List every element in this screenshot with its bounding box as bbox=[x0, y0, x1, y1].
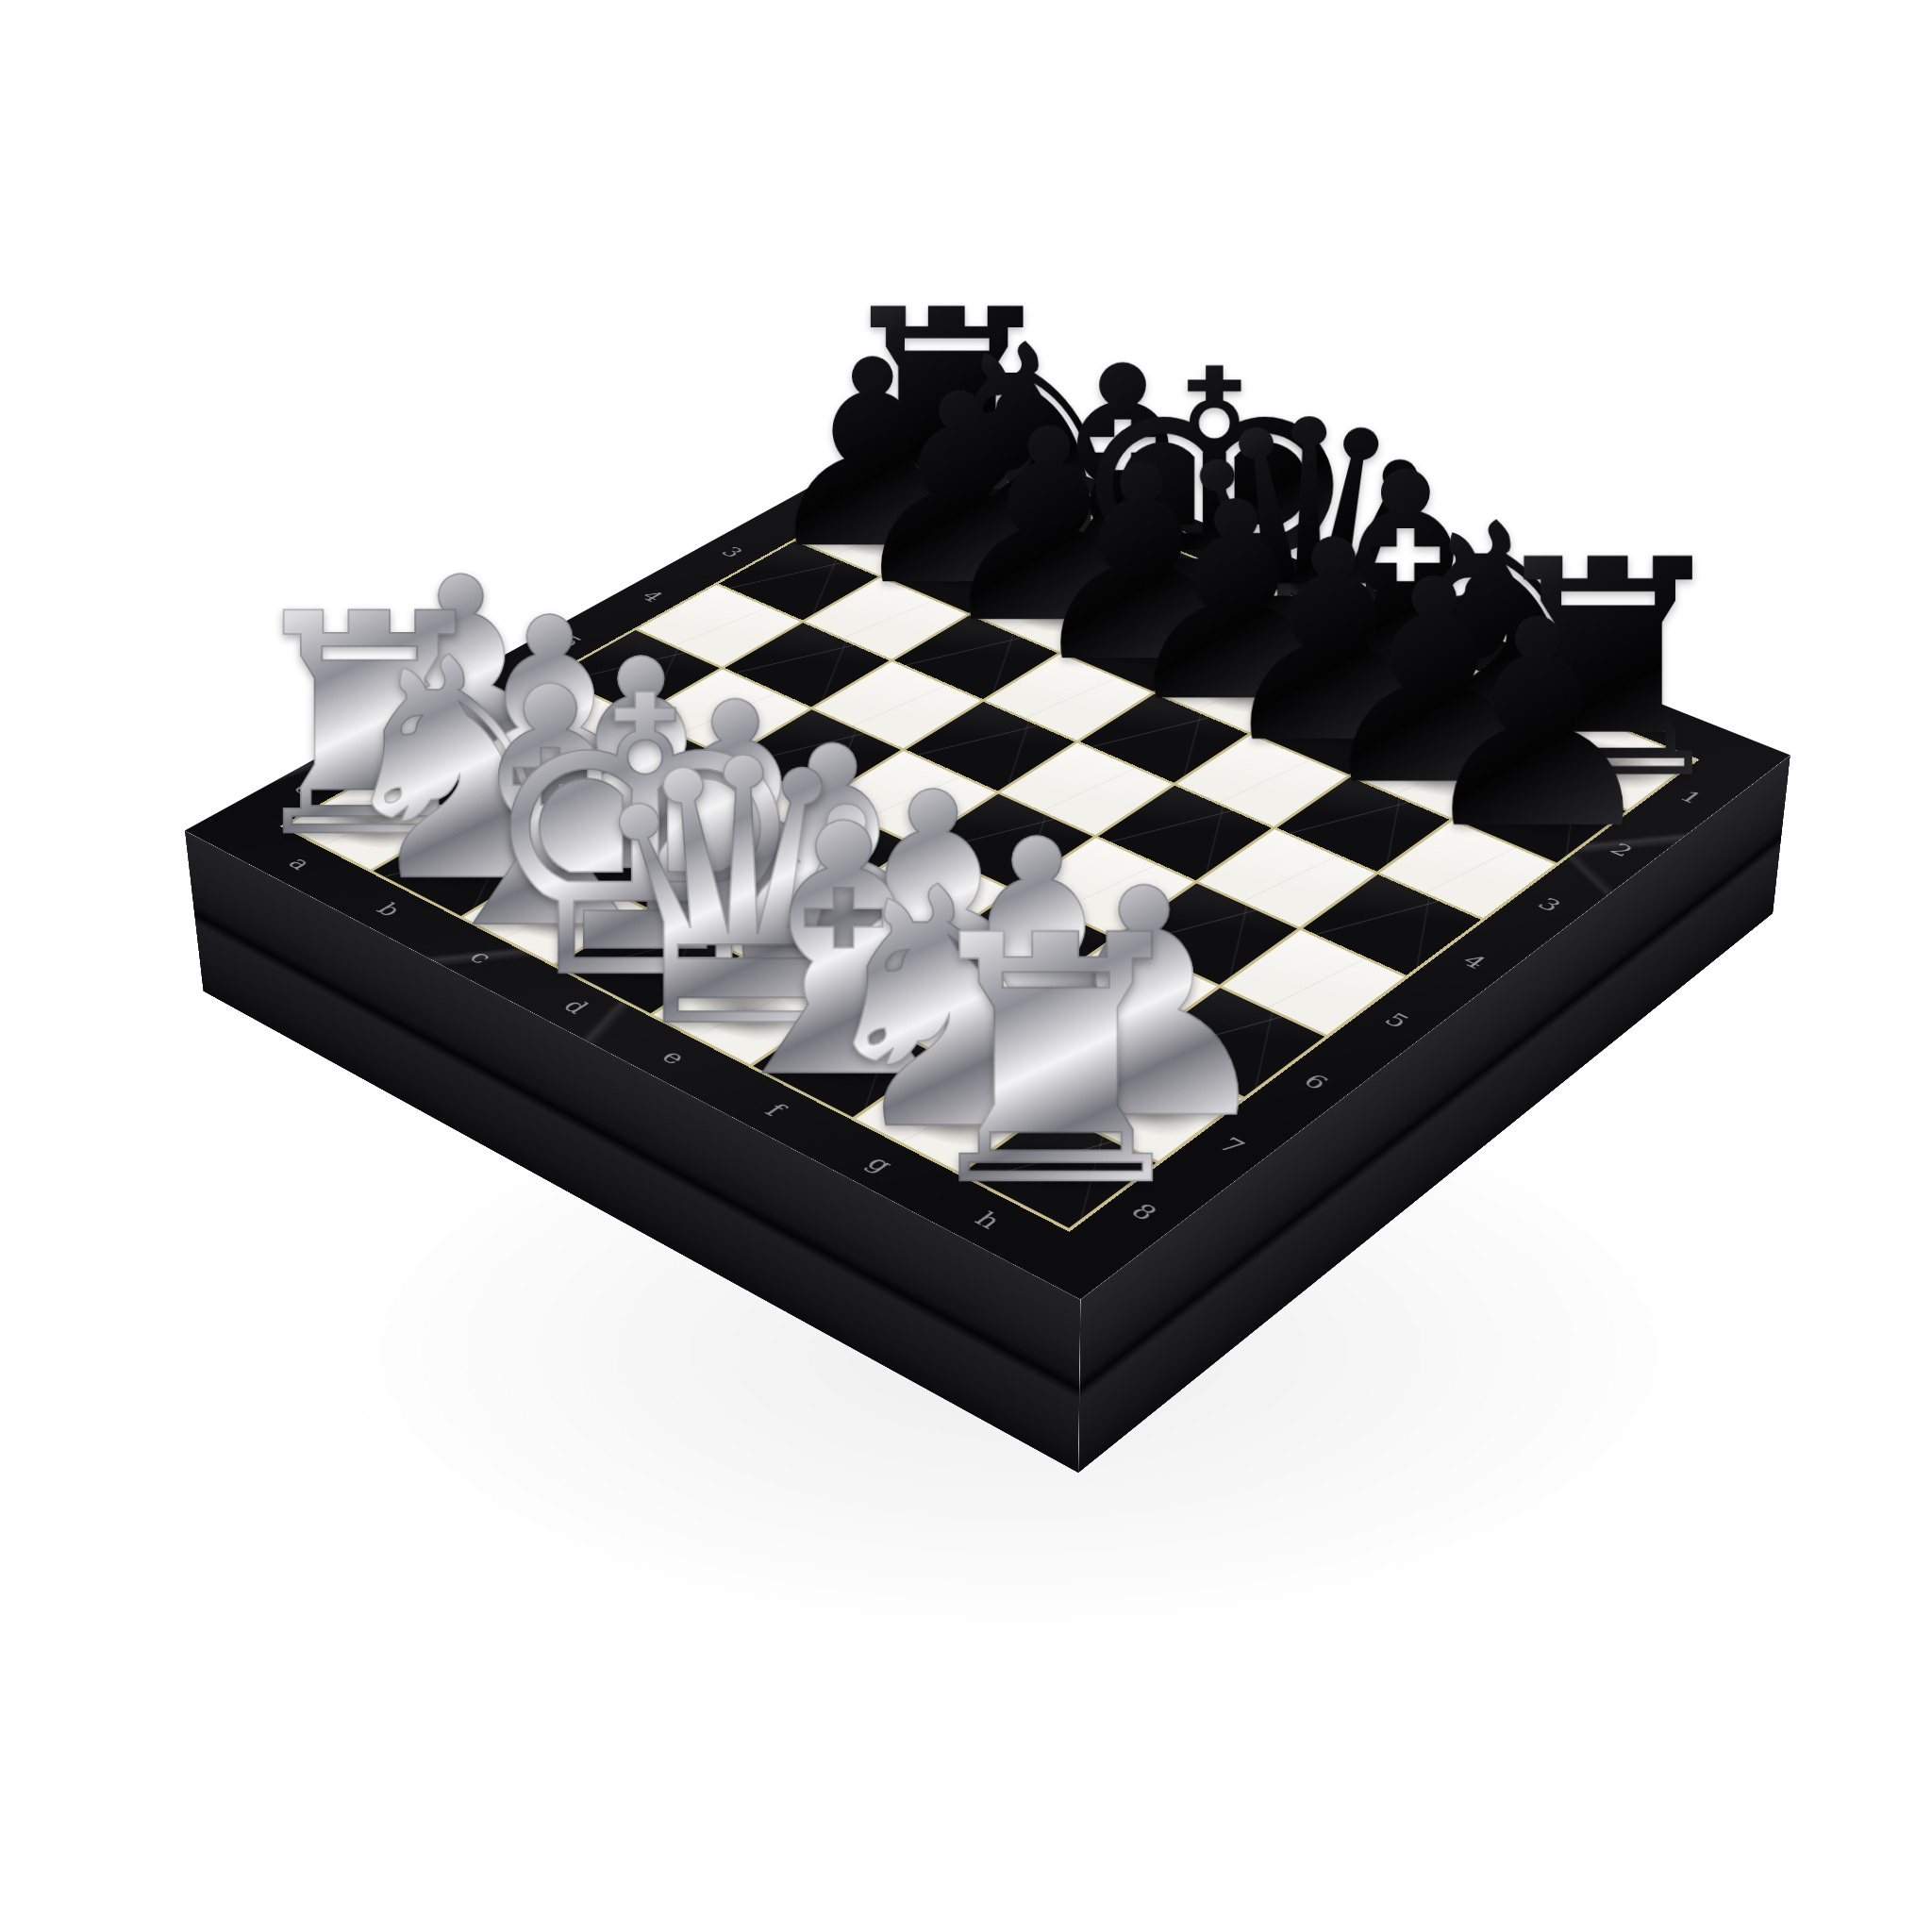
rank-label-right-8: 8 bbox=[1124, 1198, 1164, 1224]
rank-label-right-2: 2 bbox=[1606, 840, 1640, 860]
rank-label-right-5: 5 bbox=[1379, 1008, 1416, 1031]
perspective-stage: ♜♞♝♚♛♝♞♜♟♟♟♟♟♟♟♟♟♟♟♟♟♟♟♟♜♞♝♚♛♝♞♜ aabbccd… bbox=[0, 0, 1932, 1932]
chess-board: ♜♞♝♚♛♝♞♜♟♟♟♟♟♟♟♟♟♟♟♟♟♟♟♟♜♞♝♚♛♝♞♜ aabbccd… bbox=[185, 417, 1790, 1299]
rank-label-right-3: 3 bbox=[1533, 893, 1568, 915]
rank-label-left-3: 3 bbox=[716, 543, 749, 560]
rank-label-right-4: 4 bbox=[1457, 950, 1493, 973]
product-photo-scene: ♜♞♝♚♛♝♞♜♟♟♟♟♟♟♟♟♟♟♟♟♟♟♟♟♜♞♝♚♛♝♞♜ aabbccd… bbox=[0, 0, 1932, 1932]
file-label-near-h: h bbox=[969, 1207, 1009, 1233]
